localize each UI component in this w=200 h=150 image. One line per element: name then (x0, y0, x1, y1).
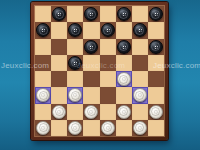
board-cell[interactable] (51, 71, 67, 87)
white-checker-piece[interactable] (36, 88, 50, 102)
board-cell[interactable] (35, 71, 51, 87)
black-checker-piece[interactable] (101, 23, 115, 37)
white-checker-piece[interactable] (133, 88, 147, 102)
board-cell[interactable] (51, 87, 67, 103)
board-cell[interactable] (67, 6, 83, 22)
board-cell[interactable] (116, 55, 132, 71)
white-checker-piece[interactable] (117, 105, 131, 119)
black-checker-piece[interactable] (84, 7, 98, 21)
board-cell[interactable] (67, 87, 83, 103)
board-cell[interactable] (67, 71, 83, 87)
white-checker-piece[interactable] (101, 121, 115, 135)
board-cell[interactable] (51, 104, 67, 120)
board-cell[interactable] (148, 22, 164, 38)
board-cell[interactable] (35, 6, 51, 22)
board-cell[interactable] (35, 87, 51, 103)
board-cell[interactable] (51, 120, 67, 136)
board-cell[interactable] (100, 71, 116, 87)
board-cell[interactable] (148, 104, 164, 120)
board-cell[interactable] (67, 120, 83, 136)
board-cell[interactable] (132, 6, 148, 22)
black-checker-piece[interactable] (68, 56, 82, 70)
game-screen: Jeuxclic.com Jeuxclic.com Jeuxclic.com (0, 0, 200, 150)
black-checker-piece[interactable] (84, 40, 98, 54)
board-cell[interactable] (51, 39, 67, 55)
black-checker-piece[interactable] (149, 7, 163, 21)
black-checker-piece[interactable] (117, 40, 131, 54)
white-checker-piece[interactable] (68, 88, 82, 102)
board-frame (31, 2, 168, 140)
board-cell[interactable] (116, 87, 132, 103)
board-cell[interactable] (100, 6, 116, 22)
board-cell[interactable] (51, 22, 67, 38)
black-checker-piece[interactable] (149, 40, 163, 54)
board-cell[interactable] (116, 104, 132, 120)
black-checker-piece[interactable] (36, 23, 50, 37)
board-cell[interactable] (51, 6, 67, 22)
board-cell[interactable] (51, 55, 67, 71)
white-checker-piece[interactable] (52, 105, 66, 119)
board-cell[interactable] (83, 22, 99, 38)
board-cell[interactable] (132, 39, 148, 55)
board-cell[interactable] (116, 6, 132, 22)
board-cell[interactable] (67, 22, 83, 38)
board-cell[interactable] (35, 39, 51, 55)
board-cell[interactable] (67, 55, 83, 71)
board-cell[interactable] (116, 39, 132, 55)
board-cell[interactable] (148, 39, 164, 55)
board-cell[interactable] (35, 104, 51, 120)
board-cell[interactable] (83, 71, 99, 87)
white-checker-piece[interactable] (133, 121, 147, 135)
board-cell[interactable] (100, 87, 116, 103)
board-cell[interactable] (83, 6, 99, 22)
black-checker-piece[interactable] (68, 23, 82, 37)
board-cell[interactable] (100, 55, 116, 71)
board-cell[interactable] (67, 104, 83, 120)
board-cell[interactable] (132, 87, 148, 103)
board-cell[interactable] (83, 104, 99, 120)
black-checker-piece[interactable] (117, 7, 131, 21)
board-cell[interactable] (83, 87, 99, 103)
board-cell[interactable] (100, 120, 116, 136)
board-cell[interactable] (35, 55, 51, 71)
board-cell[interactable] (132, 71, 148, 87)
white-checker-piece[interactable] (149, 105, 163, 119)
board-cell[interactable] (132, 120, 148, 136)
board-cell[interactable] (83, 120, 99, 136)
board-cell[interactable] (100, 104, 116, 120)
board-cell[interactable] (132, 55, 148, 71)
board-cell[interactable] (116, 22, 132, 38)
board-cell[interactable] (148, 71, 164, 87)
checkers-board[interactable] (35, 6, 164, 136)
board-cell[interactable] (35, 22, 51, 38)
white-checker-piece[interactable] (117, 72, 131, 86)
board-cell[interactable] (132, 104, 148, 120)
board-cell[interactable] (100, 39, 116, 55)
board-cell[interactable] (100, 22, 116, 38)
black-checker-piece[interactable] (133, 23, 147, 37)
board-cell[interactable] (148, 87, 164, 103)
board-cell[interactable] (83, 39, 99, 55)
white-checker-piece[interactable] (36, 121, 50, 135)
black-checker-piece[interactable] (52, 7, 66, 21)
board-cell[interactable] (148, 120, 164, 136)
board-cell[interactable] (67, 39, 83, 55)
board-cell[interactable] (116, 120, 132, 136)
board-cell[interactable] (148, 55, 164, 71)
white-checker-piece[interactable] (68, 121, 82, 135)
board-cell[interactable] (83, 55, 99, 71)
board-cell[interactable] (132, 22, 148, 38)
board-cell[interactable] (148, 6, 164, 22)
white-checker-piece[interactable] (84, 105, 98, 119)
board-cell[interactable] (116, 71, 132, 87)
board-cell[interactable] (35, 120, 51, 136)
